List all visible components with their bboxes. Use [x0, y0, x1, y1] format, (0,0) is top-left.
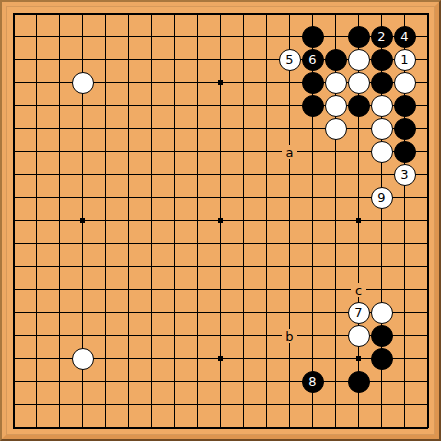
intersection-2-8[interactable]	[25, 163, 48, 186]
intersection-16-5[interactable]	[347, 94, 370, 117]
intersection-5-3[interactable]	[94, 48, 117, 71]
intersection-1-7[interactable]	[2, 140, 25, 163]
intersection-14-6[interactable]	[301, 117, 324, 140]
intersection-7-11[interactable]	[140, 232, 163, 255]
intersection-4-11[interactable]	[71, 232, 94, 255]
intersection-1-11[interactable]	[2, 232, 25, 255]
intersection-4-2[interactable]	[71, 25, 94, 48]
intersection-17-11[interactable]	[370, 232, 393, 255]
intersection-15-12[interactable]	[324, 255, 347, 278]
intersection-14-11[interactable]	[301, 232, 324, 255]
intersection-12-10[interactable]	[255, 209, 278, 232]
intersection-15-5[interactable]	[324, 94, 347, 117]
intersection-10-17[interactable]	[209, 370, 232, 393]
intersection-18-18[interactable]	[393, 393, 416, 416]
intersection-2-4[interactable]	[25, 71, 48, 94]
intersection-17-19[interactable]	[370, 416, 393, 439]
intersection-2-9[interactable]	[25, 186, 48, 209]
intersection-12-1[interactable]	[255, 2, 278, 25]
intersection-19-12[interactable]	[416, 255, 439, 278]
intersection-13-9[interactable]	[278, 186, 301, 209]
intersection-8-3[interactable]	[163, 48, 186, 71]
intersection-14-17[interactable]: 8	[301, 370, 324, 393]
intersection-6-11[interactable]	[117, 232, 140, 255]
intersection-1-16[interactable]	[2, 347, 25, 370]
intersection-18-5[interactable]	[393, 94, 416, 117]
intersection-11-11[interactable]	[232, 232, 255, 255]
intersection-17-10[interactable]	[370, 209, 393, 232]
intersection-19-6[interactable]	[416, 117, 439, 140]
intersection-19-18[interactable]	[416, 393, 439, 416]
intersection-11-12[interactable]	[232, 255, 255, 278]
intersection-16-15[interactable]	[347, 324, 370, 347]
intersection-18-8[interactable]: 3	[393, 163, 416, 186]
intersection-18-12[interactable]	[393, 255, 416, 278]
intersection-1-13[interactable]	[2, 278, 25, 301]
intersection-17-14[interactable]	[370, 301, 393, 324]
intersection-11-4[interactable]	[232, 71, 255, 94]
intersection-1-3[interactable]	[2, 48, 25, 71]
intersection-7-9[interactable]	[140, 186, 163, 209]
intersection-10-8[interactable]	[209, 163, 232, 186]
intersection-6-12[interactable]	[117, 255, 140, 278]
intersection-16-3[interactable]	[347, 48, 370, 71]
intersection-16-10[interactable]	[347, 209, 370, 232]
intersection-16-16[interactable]	[347, 347, 370, 370]
intersection-2-13[interactable]	[25, 278, 48, 301]
intersection-9-3[interactable]	[186, 48, 209, 71]
intersection-10-10[interactable]	[209, 209, 232, 232]
intersection-8-4[interactable]	[163, 71, 186, 94]
intersection-19-7[interactable]	[416, 140, 439, 163]
intersection-9-15[interactable]	[186, 324, 209, 347]
intersection-14-12[interactable]	[301, 255, 324, 278]
intersection-17-15[interactable]	[370, 324, 393, 347]
intersection-14-4[interactable]	[301, 71, 324, 94]
intersection-9-5[interactable]	[186, 94, 209, 117]
intersection-8-18[interactable]	[163, 393, 186, 416]
intersection-11-6[interactable]	[232, 117, 255, 140]
intersection-2-16[interactable]	[25, 347, 48, 370]
intersection-6-7[interactable]	[117, 140, 140, 163]
intersection-12-11[interactable]	[255, 232, 278, 255]
intersection-16-17[interactable]	[347, 370, 370, 393]
intersection-1-10[interactable]	[2, 209, 25, 232]
intersection-15-10[interactable]	[324, 209, 347, 232]
intersection-2-5[interactable]	[25, 94, 48, 117]
intersection-7-16[interactable]	[140, 347, 163, 370]
intersection-4-5[interactable]	[71, 94, 94, 117]
intersection-11-1[interactable]	[232, 2, 255, 25]
intersection-7-12[interactable]	[140, 255, 163, 278]
intersection-6-5[interactable]	[117, 94, 140, 117]
intersection-12-7[interactable]	[255, 140, 278, 163]
intersection-19-3[interactable]	[416, 48, 439, 71]
intersection-13-13[interactable]	[278, 278, 301, 301]
intersection-14-5[interactable]	[301, 94, 324, 117]
intersection-13-11[interactable]	[278, 232, 301, 255]
intersection-3-4[interactable]	[48, 71, 71, 94]
intersection-5-11[interactable]	[94, 232, 117, 255]
intersection-8-11[interactable]	[163, 232, 186, 255]
intersection-5-12[interactable]	[94, 255, 117, 278]
intersection-1-1[interactable]	[2, 2, 25, 25]
intersection-8-13[interactable]	[163, 278, 186, 301]
intersection-18-15[interactable]	[393, 324, 416, 347]
intersection-4-9[interactable]	[71, 186, 94, 209]
intersection-16-13[interactable]: c	[347, 278, 370, 301]
intersection-13-16[interactable]	[278, 347, 301, 370]
intersection-4-14[interactable]	[71, 301, 94, 324]
intersection-8-15[interactable]	[163, 324, 186, 347]
intersection-11-9[interactable]	[232, 186, 255, 209]
intersection-12-14[interactable]	[255, 301, 278, 324]
intersection-4-7[interactable]	[71, 140, 94, 163]
intersection-17-13[interactable]	[370, 278, 393, 301]
intersection-8-2[interactable]	[163, 25, 186, 48]
intersection-1-4[interactable]	[2, 71, 25, 94]
intersection-9-12[interactable]	[186, 255, 209, 278]
intersection-18-17[interactable]	[393, 370, 416, 393]
intersection-13-7[interactable]: a	[278, 140, 301, 163]
intersection-3-5[interactable]	[48, 94, 71, 117]
intersection-1-6[interactable]	[2, 117, 25, 140]
intersection-2-17[interactable]	[25, 370, 48, 393]
intersection-3-13[interactable]	[48, 278, 71, 301]
intersection-13-5[interactable]	[278, 94, 301, 117]
intersection-3-17[interactable]	[48, 370, 71, 393]
intersection-15-2[interactable]	[324, 25, 347, 48]
intersection-17-18[interactable]	[370, 393, 393, 416]
intersection-11-16[interactable]	[232, 347, 255, 370]
intersection-3-1[interactable]	[48, 2, 71, 25]
intersection-6-10[interactable]	[117, 209, 140, 232]
intersection-4-13[interactable]	[71, 278, 94, 301]
intersection-10-13[interactable]	[209, 278, 232, 301]
intersection-7-1[interactable]	[140, 2, 163, 25]
intersection-14-10[interactable]	[301, 209, 324, 232]
intersection-19-10[interactable]	[416, 209, 439, 232]
intersection-15-15[interactable]	[324, 324, 347, 347]
intersection-16-2[interactable]	[347, 25, 370, 48]
intersection-9-19[interactable]	[186, 416, 209, 439]
intersection-16-19[interactable]	[347, 416, 370, 439]
intersection-2-1[interactable]	[25, 2, 48, 25]
intersection-14-7[interactable]	[301, 140, 324, 163]
intersection-6-8[interactable]	[117, 163, 140, 186]
intersection-4-1[interactable]	[71, 2, 94, 25]
intersection-3-7[interactable]	[48, 140, 71, 163]
intersection-18-14[interactable]	[393, 301, 416, 324]
intersection-6-9[interactable]	[117, 186, 140, 209]
intersection-7-13[interactable]	[140, 278, 163, 301]
intersection-6-4[interactable]	[117, 71, 140, 94]
intersection-7-14[interactable]	[140, 301, 163, 324]
intersection-10-6[interactable]	[209, 117, 232, 140]
intersection-3-6[interactable]	[48, 117, 71, 140]
intersection-5-1[interactable]	[94, 2, 117, 25]
intersection-9-10[interactable]	[186, 209, 209, 232]
intersection-6-2[interactable]	[117, 25, 140, 48]
intersection-19-15[interactable]	[416, 324, 439, 347]
intersection-17-6[interactable]	[370, 117, 393, 140]
intersection-1-19[interactable]	[2, 416, 25, 439]
intersection-14-8[interactable]	[301, 163, 324, 186]
intersection-15-6[interactable]	[324, 117, 347, 140]
intersection-15-3[interactable]	[324, 48, 347, 71]
intersection-9-14[interactable]	[186, 301, 209, 324]
intersection-15-7[interactable]	[324, 140, 347, 163]
intersection-18-16[interactable]	[393, 347, 416, 370]
intersection-14-1[interactable]	[301, 2, 324, 25]
intersection-17-7[interactable]	[370, 140, 393, 163]
intersection-17-5[interactable]	[370, 94, 393, 117]
intersection-5-13[interactable]	[94, 278, 117, 301]
intersection-11-14[interactable]	[232, 301, 255, 324]
intersection-1-18[interactable]	[2, 393, 25, 416]
intersection-19-5[interactable]	[416, 94, 439, 117]
intersection-18-2[interactable]: 4	[393, 25, 416, 48]
intersection-8-9[interactable]	[163, 186, 186, 209]
intersection-19-19[interactable]	[416, 416, 439, 439]
intersection-14-3[interactable]: 6	[301, 48, 324, 71]
intersection-4-18[interactable]	[71, 393, 94, 416]
intersection-3-15[interactable]	[48, 324, 71, 347]
intersection-6-16[interactable]	[117, 347, 140, 370]
intersection-11-19[interactable]	[232, 416, 255, 439]
intersection-9-11[interactable]	[186, 232, 209, 255]
intersection-12-19[interactable]	[255, 416, 278, 439]
intersection-4-10[interactable]	[71, 209, 94, 232]
intersection-16-11[interactable]	[347, 232, 370, 255]
intersection-16-12[interactable]	[347, 255, 370, 278]
intersection-3-8[interactable]	[48, 163, 71, 186]
intersection-14-9[interactable]	[301, 186, 324, 209]
intersection-2-19[interactable]	[25, 416, 48, 439]
intersection-11-8[interactable]	[232, 163, 255, 186]
intersection-4-4[interactable]	[71, 71, 94, 94]
intersection-7-18[interactable]	[140, 393, 163, 416]
intersection-3-16[interactable]	[48, 347, 71, 370]
intersection-10-12[interactable]	[209, 255, 232, 278]
intersection-6-13[interactable]	[117, 278, 140, 301]
intersection-5-8[interactable]	[94, 163, 117, 186]
intersection-9-1[interactable]	[186, 2, 209, 25]
intersection-12-4[interactable]	[255, 71, 278, 94]
intersection-4-8[interactable]	[71, 163, 94, 186]
intersection-13-4[interactable]	[278, 71, 301, 94]
intersection-1-12[interactable]	[2, 255, 25, 278]
intersection-3-3[interactable]	[48, 48, 71, 71]
intersection-12-9[interactable]	[255, 186, 278, 209]
intersection-19-14[interactable]	[416, 301, 439, 324]
intersection-2-14[interactable]	[25, 301, 48, 324]
intersection-3-9[interactable]	[48, 186, 71, 209]
intersection-13-3[interactable]: 5	[278, 48, 301, 71]
intersection-12-2[interactable]	[255, 25, 278, 48]
intersection-2-7[interactable]	[25, 140, 48, 163]
intersection-13-14[interactable]	[278, 301, 301, 324]
intersection-19-4[interactable]	[416, 71, 439, 94]
intersection-14-16[interactable]	[301, 347, 324, 370]
intersection-10-15[interactable]	[209, 324, 232, 347]
intersection-14-2[interactable]	[301, 25, 324, 48]
intersection-13-12[interactable]	[278, 255, 301, 278]
intersection-5-15[interactable]	[94, 324, 117, 347]
intersection-2-12[interactable]	[25, 255, 48, 278]
intersection-7-15[interactable]	[140, 324, 163, 347]
intersection-10-4[interactable]	[209, 71, 232, 94]
intersection-10-11[interactable]	[209, 232, 232, 255]
intersection-18-9[interactable]	[393, 186, 416, 209]
intersection-15-11[interactable]	[324, 232, 347, 255]
intersection-4-17[interactable]	[71, 370, 94, 393]
intersection-16-8[interactable]	[347, 163, 370, 186]
intersection-13-15[interactable]: b	[278, 324, 301, 347]
intersection-2-15[interactable]	[25, 324, 48, 347]
intersection-4-19[interactable]	[71, 416, 94, 439]
intersection-6-14[interactable]	[117, 301, 140, 324]
intersection-5-19[interactable]	[94, 416, 117, 439]
intersection-12-18[interactable]	[255, 393, 278, 416]
intersection-3-14[interactable]	[48, 301, 71, 324]
intersection-5-9[interactable]	[94, 186, 117, 209]
intersection-15-8[interactable]	[324, 163, 347, 186]
intersection-11-10[interactable]	[232, 209, 255, 232]
intersection-18-4[interactable]	[393, 71, 416, 94]
intersection-8-1[interactable]	[163, 2, 186, 25]
intersection-14-15[interactable]	[301, 324, 324, 347]
intersection-19-16[interactable]	[416, 347, 439, 370]
intersection-4-3[interactable]	[71, 48, 94, 71]
intersection-17-4[interactable]	[370, 71, 393, 94]
intersection-7-19[interactable]	[140, 416, 163, 439]
intersection-17-8[interactable]	[370, 163, 393, 186]
intersection-15-19[interactable]	[324, 416, 347, 439]
intersection-18-1[interactable]	[393, 2, 416, 25]
intersection-4-15[interactable]	[71, 324, 94, 347]
intersection-10-5[interactable]	[209, 94, 232, 117]
intersection-19-2[interactable]	[416, 25, 439, 48]
intersection-19-11[interactable]	[416, 232, 439, 255]
intersection-11-17[interactable]	[232, 370, 255, 393]
intersection-9-17[interactable]	[186, 370, 209, 393]
intersection-6-19[interactable]	[117, 416, 140, 439]
intersection-5-6[interactable]	[94, 117, 117, 140]
intersection-14-14[interactable]	[301, 301, 324, 324]
intersection-10-2[interactable]	[209, 25, 232, 48]
intersection-14-13[interactable]	[301, 278, 324, 301]
intersection-12-13[interactable]	[255, 278, 278, 301]
intersection-12-12[interactable]	[255, 255, 278, 278]
intersection-3-2[interactable]	[48, 25, 71, 48]
intersection-19-9[interactable]	[416, 186, 439, 209]
intersection-11-18[interactable]	[232, 393, 255, 416]
intersection-19-17[interactable]	[416, 370, 439, 393]
intersection-15-18[interactable]	[324, 393, 347, 416]
intersection-17-12[interactable]	[370, 255, 393, 278]
intersection-8-12[interactable]	[163, 255, 186, 278]
intersection-7-8[interactable]	[140, 163, 163, 186]
intersection-17-1[interactable]	[370, 2, 393, 25]
intersection-11-13[interactable]	[232, 278, 255, 301]
intersection-3-12[interactable]	[48, 255, 71, 278]
intersection-9-7[interactable]	[186, 140, 209, 163]
intersection-5-17[interactable]	[94, 370, 117, 393]
intersection-19-13[interactable]	[416, 278, 439, 301]
intersection-1-8[interactable]	[2, 163, 25, 186]
intersection-13-19[interactable]	[278, 416, 301, 439]
intersection-13-10[interactable]	[278, 209, 301, 232]
intersection-12-17[interactable]	[255, 370, 278, 393]
intersection-5-5[interactable]	[94, 94, 117, 117]
intersection-3-10[interactable]	[48, 209, 71, 232]
intersection-16-14[interactable]: 7	[347, 301, 370, 324]
intersection-18-3[interactable]: 1	[393, 48, 416, 71]
intersection-12-16[interactable]	[255, 347, 278, 370]
intersection-12-5[interactable]	[255, 94, 278, 117]
intersection-10-9[interactable]	[209, 186, 232, 209]
intersection-15-9[interactable]	[324, 186, 347, 209]
intersection-8-5[interactable]	[163, 94, 186, 117]
intersection-2-11[interactable]	[25, 232, 48, 255]
intersection-8-17[interactable]	[163, 370, 186, 393]
intersection-7-2[interactable]	[140, 25, 163, 48]
intersection-11-7[interactable]	[232, 140, 255, 163]
intersection-9-9[interactable]	[186, 186, 209, 209]
intersection-17-2[interactable]: 2	[370, 25, 393, 48]
intersection-10-16[interactable]	[209, 347, 232, 370]
intersection-2-2[interactable]	[25, 25, 48, 48]
intersection-15-14[interactable]	[324, 301, 347, 324]
intersection-6-1[interactable]	[117, 2, 140, 25]
intersection-6-3[interactable]	[117, 48, 140, 71]
intersection-1-15[interactable]	[2, 324, 25, 347]
intersection-13-1[interactable]	[278, 2, 301, 25]
intersection-9-6[interactable]	[186, 117, 209, 140]
intersection-17-17[interactable]	[370, 370, 393, 393]
intersection-6-18[interactable]	[117, 393, 140, 416]
intersection-13-18[interactable]	[278, 393, 301, 416]
intersection-7-7[interactable]	[140, 140, 163, 163]
intersection-8-16[interactable]	[163, 347, 186, 370]
intersection-17-9[interactable]: 9	[370, 186, 393, 209]
intersection-7-17[interactable]	[140, 370, 163, 393]
intersection-5-4[interactable]	[94, 71, 117, 94]
intersection-10-7[interactable]	[209, 140, 232, 163]
intersection-1-5[interactable]	[2, 94, 25, 117]
intersection-7-3[interactable]	[140, 48, 163, 71]
intersection-7-6[interactable]	[140, 117, 163, 140]
intersection-6-6[interactable]	[117, 117, 140, 140]
intersection-15-1[interactable]	[324, 2, 347, 25]
intersection-16-18[interactable]	[347, 393, 370, 416]
intersection-9-2[interactable]	[186, 25, 209, 48]
intersection-7-4[interactable]	[140, 71, 163, 94]
intersection-8-7[interactable]	[163, 140, 186, 163]
intersection-16-9[interactable]	[347, 186, 370, 209]
intersection-9-13[interactable]	[186, 278, 209, 301]
intersection-5-18[interactable]	[94, 393, 117, 416]
intersection-5-10[interactable]	[94, 209, 117, 232]
intersection-5-16[interactable]	[94, 347, 117, 370]
intersection-3-11[interactable]	[48, 232, 71, 255]
intersection-12-15[interactable]	[255, 324, 278, 347]
intersection-10-14[interactable]	[209, 301, 232, 324]
intersection-18-10[interactable]	[393, 209, 416, 232]
intersection-18-11[interactable]	[393, 232, 416, 255]
intersection-16-4[interactable]	[347, 71, 370, 94]
